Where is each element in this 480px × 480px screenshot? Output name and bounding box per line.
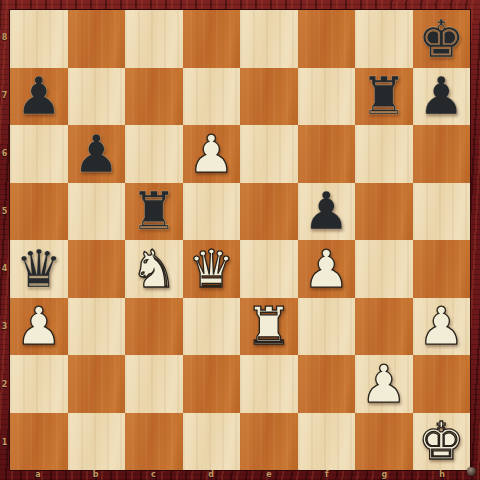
square-e4[interactable] bbox=[240, 240, 298, 298]
square-a3[interactable]: ♟ bbox=[10, 298, 68, 356]
frame-screw-icon bbox=[467, 467, 476, 476]
piece-white-pawn[interactable]: ♟ bbox=[188, 128, 235, 180]
file-labels: abcdefgh bbox=[9, 470, 471, 480]
square-h4[interactable] bbox=[413, 240, 471, 298]
square-c2[interactable] bbox=[125, 355, 183, 413]
rank-label-3: 3 bbox=[0, 298, 9, 356]
square-f1[interactable] bbox=[298, 413, 356, 471]
square-g6[interactable] bbox=[355, 125, 413, 183]
square-g4[interactable] bbox=[355, 240, 413, 298]
square-h6[interactable] bbox=[413, 125, 471, 183]
square-d7[interactable] bbox=[183, 68, 241, 126]
square-e6[interactable] bbox=[240, 125, 298, 183]
square-b1[interactable] bbox=[68, 413, 126, 471]
square-d5[interactable] bbox=[183, 183, 241, 241]
piece-white-king[interactable]: ♚ bbox=[418, 415, 465, 467]
square-f4[interactable]: ♟ bbox=[298, 240, 356, 298]
square-d2[interactable] bbox=[183, 355, 241, 413]
square-d1[interactable] bbox=[183, 413, 241, 471]
piece-white-knight[interactable]: ♞ bbox=[130, 243, 177, 295]
piece-white-queen[interactable]: ♛ bbox=[188, 243, 235, 295]
square-a2[interactable] bbox=[10, 355, 68, 413]
square-a6[interactable] bbox=[10, 125, 68, 183]
piece-black-king[interactable]: ♚ bbox=[418, 13, 465, 65]
square-b2[interactable] bbox=[68, 355, 126, 413]
piece-black-rook[interactable]: ♜ bbox=[360, 70, 407, 122]
square-b3[interactable] bbox=[68, 298, 126, 356]
file-label-h: h bbox=[413, 470, 471, 480]
square-e7[interactable] bbox=[240, 68, 298, 126]
square-b7[interactable] bbox=[68, 68, 126, 126]
square-d8[interactable] bbox=[183, 10, 241, 68]
square-a4[interactable]: ♛ bbox=[10, 240, 68, 298]
square-e5[interactable] bbox=[240, 183, 298, 241]
chessboard: ♚♟♜♟♟♟♜♟♛♞♛♟♟♜♟♟♚ bbox=[9, 9, 471, 471]
square-e8[interactable] bbox=[240, 10, 298, 68]
piece-black-rook[interactable]: ♜ bbox=[130, 185, 177, 237]
square-g3[interactable] bbox=[355, 298, 413, 356]
piece-white-pawn[interactable]: ♟ bbox=[303, 243, 350, 295]
square-h2[interactable] bbox=[413, 355, 471, 413]
square-g1[interactable] bbox=[355, 413, 413, 471]
file-label-g: g bbox=[356, 470, 414, 480]
file-label-e: e bbox=[240, 470, 298, 480]
rank-label-2: 2 bbox=[0, 356, 9, 414]
square-c1[interactable] bbox=[125, 413, 183, 471]
file-label-b: b bbox=[67, 470, 125, 480]
file-label-c: c bbox=[125, 470, 183, 480]
square-f7[interactable] bbox=[298, 68, 356, 126]
rank-label-5: 5 bbox=[0, 182, 9, 240]
square-e2[interactable] bbox=[240, 355, 298, 413]
square-a7[interactable]: ♟ bbox=[10, 68, 68, 126]
square-d3[interactable] bbox=[183, 298, 241, 356]
square-f3[interactable] bbox=[298, 298, 356, 356]
square-f5[interactable]: ♟ bbox=[298, 183, 356, 241]
square-h3[interactable]: ♟ bbox=[413, 298, 471, 356]
piece-white-pawn[interactable]: ♟ bbox=[418, 300, 465, 352]
square-h7[interactable]: ♟ bbox=[413, 68, 471, 126]
rank-labels: 87654321 bbox=[0, 9, 9, 471]
square-g7[interactable]: ♜ bbox=[355, 68, 413, 126]
file-label-d: d bbox=[182, 470, 240, 480]
square-h5[interactable] bbox=[413, 183, 471, 241]
rank-label-8: 8 bbox=[0, 9, 9, 67]
square-g2[interactable]: ♟ bbox=[355, 355, 413, 413]
square-c3[interactable] bbox=[125, 298, 183, 356]
piece-black-pawn[interactable]: ♟ bbox=[418, 70, 465, 122]
square-b4[interactable] bbox=[68, 240, 126, 298]
file-label-f: f bbox=[298, 470, 356, 480]
square-d6[interactable]: ♟ bbox=[183, 125, 241, 183]
chessboard-frame: ♚♟♜♟♟♟♜♟♛♞♛♟♟♜♟♟♚ 87654321 abcdefgh bbox=[0, 0, 480, 480]
square-h1[interactable]: ♚ bbox=[413, 413, 471, 471]
file-label-a: a bbox=[9, 470, 67, 480]
square-c4[interactable]: ♞ bbox=[125, 240, 183, 298]
square-f6[interactable] bbox=[298, 125, 356, 183]
piece-black-pawn[interactable]: ♟ bbox=[303, 185, 350, 237]
square-d4[interactable]: ♛ bbox=[183, 240, 241, 298]
square-f2[interactable] bbox=[298, 355, 356, 413]
square-b8[interactable] bbox=[68, 10, 126, 68]
piece-black-queen[interactable]: ♛ bbox=[15, 243, 62, 295]
piece-white-pawn[interactable]: ♟ bbox=[15, 300, 62, 352]
square-a8[interactable] bbox=[10, 10, 68, 68]
piece-black-pawn[interactable]: ♟ bbox=[73, 128, 120, 180]
square-h8[interactable]: ♚ bbox=[413, 10, 471, 68]
rank-label-1: 1 bbox=[0, 413, 9, 471]
square-a1[interactable] bbox=[10, 413, 68, 471]
square-e1[interactable] bbox=[240, 413, 298, 471]
square-c5[interactable]: ♜ bbox=[125, 183, 183, 241]
rank-label-6: 6 bbox=[0, 125, 9, 183]
rank-label-7: 7 bbox=[0, 67, 9, 125]
rank-label-4: 4 bbox=[0, 240, 9, 298]
square-g8[interactable] bbox=[355, 10, 413, 68]
square-c6[interactable] bbox=[125, 125, 183, 183]
piece-white-rook[interactable]: ♜ bbox=[245, 300, 292, 352]
piece-black-pawn[interactable]: ♟ bbox=[15, 70, 62, 122]
square-b5[interactable] bbox=[68, 183, 126, 241]
square-e3[interactable]: ♜ bbox=[240, 298, 298, 356]
square-f8[interactable] bbox=[298, 10, 356, 68]
square-b6[interactable]: ♟ bbox=[68, 125, 126, 183]
square-a5[interactable] bbox=[10, 183, 68, 241]
square-c7[interactable] bbox=[125, 68, 183, 126]
square-g5[interactable] bbox=[355, 183, 413, 241]
square-c8[interactable] bbox=[125, 10, 183, 68]
piece-white-pawn[interactable]: ♟ bbox=[360, 358, 407, 410]
